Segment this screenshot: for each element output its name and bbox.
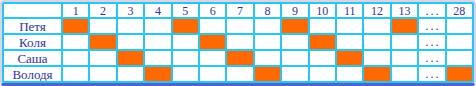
- cell-kolya-day-9[interactable]: [282, 35, 307, 49]
- cell-kolya-day-5[interactable]: [173, 35, 198, 49]
- column-header-day-4: 4: [145, 4, 170, 17]
- column-header-day-28: 28: [447, 4, 472, 17]
- cell-volodya-day-8[interactable]: [255, 67, 280, 81]
- cell-sasha-day-10[interactable]: [310, 51, 335, 65]
- cell-sasha-day-12[interactable]: [364, 51, 389, 65]
- cell-kolya-day-10[interactable]: [310, 35, 335, 49]
- cell-kolya-day-11[interactable]: [337, 35, 362, 49]
- column-header-day-6: 6: [200, 4, 225, 17]
- cell-volodya-day-3[interactable]: [118, 67, 143, 81]
- cell-volodya-ellipsis[interactable]: ...: [419, 67, 444, 81]
- row-label-sasha: Саша: [4, 51, 61, 65]
- cell-petya-ellipsis[interactable]: ...: [419, 19, 444, 33]
- cell-sasha-day-7[interactable]: [227, 51, 252, 65]
- cell-volodya-day-10[interactable]: [310, 67, 335, 81]
- cell-kolya-day-13[interactable]: [392, 35, 417, 49]
- row-label-volodya: Володя: [4, 67, 61, 81]
- schedule-grid: 12345678910111213...28Петя...Коля...Саша…: [2, 2, 474, 83]
- schedule-board-frame: 12345678910111213...28Петя...Коля...Саша…: [0, 0, 476, 86]
- column-header-day-1: 1: [63, 4, 88, 17]
- cell-volodya-day-12[interactable]: [364, 67, 389, 81]
- cell-volodya-day-4[interactable]: [145, 67, 170, 81]
- cell-sasha-day-9[interactable]: [282, 51, 307, 65]
- cell-volodya-day-9[interactable]: [282, 67, 307, 81]
- column-header-day-13: 13: [392, 4, 417, 17]
- cell-petya-day-28[interactable]: [447, 19, 472, 33]
- cell-petya-day-11[interactable]: [337, 19, 362, 33]
- cell-sasha-day-11[interactable]: [337, 51, 362, 65]
- cell-kolya-ellipsis[interactable]: ...: [419, 35, 444, 49]
- cell-kolya-day-4[interactable]: [145, 35, 170, 49]
- cell-sasha-day-3[interactable]: [118, 51, 143, 65]
- cell-kolya-day-1[interactable]: [63, 35, 88, 49]
- cell-petya-day-13[interactable]: [392, 19, 417, 33]
- cell-volodya-day-13[interactable]: [392, 67, 417, 81]
- cell-sasha-day-13[interactable]: [392, 51, 417, 65]
- header-corner-cell: [4, 4, 61, 17]
- column-header-day-7: 7: [227, 4, 252, 17]
- cell-sasha-day-5[interactable]: [173, 51, 198, 65]
- cell-kolya-day-6[interactable]: [200, 35, 225, 49]
- column-header-day-5: 5: [173, 4, 198, 17]
- column-header-day-2: 2: [90, 4, 115, 17]
- cell-volodya-day-28[interactable]: [447, 67, 472, 81]
- column-header-day-12: 12: [364, 4, 389, 17]
- cell-sasha-day-6[interactable]: [200, 51, 225, 65]
- column-header-ellipsis: ...: [419, 4, 444, 17]
- cell-volodya-day-11[interactable]: [337, 67, 362, 81]
- cell-kolya-day-3[interactable]: [118, 35, 143, 49]
- cell-petya-day-10[interactable]: [310, 19, 335, 33]
- row-label-kolya: Коля: [4, 35, 61, 49]
- cell-petya-day-3[interactable]: [118, 19, 143, 33]
- cell-kolya-day-8[interactable]: [255, 35, 280, 49]
- cell-volodya-day-1[interactable]: [63, 67, 88, 81]
- column-header-day-10: 10: [310, 4, 335, 17]
- cell-petya-day-2[interactable]: [90, 19, 115, 33]
- cell-petya-day-9[interactable]: [282, 19, 307, 33]
- cell-petya-day-7[interactable]: [227, 19, 252, 33]
- cell-sasha-day-1[interactable]: [63, 51, 88, 65]
- column-header-day-8: 8: [255, 4, 280, 17]
- cell-volodya-day-6[interactable]: [200, 67, 225, 81]
- cell-sasha-day-2[interactable]: [90, 51, 115, 65]
- cell-volodya-day-5[interactable]: [173, 67, 198, 81]
- cell-petya-day-4[interactable]: [145, 19, 170, 33]
- cell-petya-day-1[interactable]: [63, 19, 88, 33]
- cell-kolya-day-7[interactable]: [227, 35, 252, 49]
- cell-petya-day-5[interactable]: [173, 19, 198, 33]
- cell-petya-day-12[interactable]: [364, 19, 389, 33]
- column-header-day-3: 3: [118, 4, 143, 17]
- cell-sasha-ellipsis[interactable]: ...: [419, 51, 444, 65]
- cell-petya-day-6[interactable]: [200, 19, 225, 33]
- cell-kolya-day-12[interactable]: [364, 35, 389, 49]
- row-label-petya: Петя: [4, 19, 61, 33]
- cell-volodya-day-2[interactable]: [90, 67, 115, 81]
- cell-kolya-day-2[interactable]: [90, 35, 115, 49]
- cell-sasha-day-28[interactable]: [447, 51, 472, 65]
- column-header-day-11: 11: [337, 4, 362, 17]
- cell-volodya-day-7[interactable]: [227, 67, 252, 81]
- column-header-day-9: 9: [282, 4, 307, 17]
- cell-sasha-day-8[interactable]: [255, 51, 280, 65]
- cell-sasha-day-4[interactable]: [145, 51, 170, 65]
- cell-petya-day-8[interactable]: [255, 19, 280, 33]
- cell-kolya-day-28[interactable]: [447, 35, 472, 49]
